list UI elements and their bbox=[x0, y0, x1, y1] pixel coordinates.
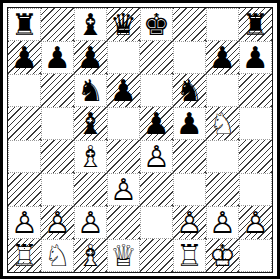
piece-black-bishop-c8: ♝ bbox=[74, 8, 107, 41]
square-f4[interactable] bbox=[173, 140, 206, 173]
square-f1[interactable]: ♜♖ bbox=[173, 239, 206, 272]
piece-glyph: ♙ bbox=[176, 205, 203, 240]
square-f2[interactable]: ♟♙ bbox=[173, 206, 206, 239]
piece-black-pawn-f5: ♟ bbox=[173, 107, 206, 140]
piece-white-pawn-c2: ♟♙ bbox=[74, 206, 107, 239]
piece-glyph: ♟ bbox=[176, 106, 203, 141]
piece-white-knight-g5: ♞♘ bbox=[206, 107, 239, 140]
piece-glyph: ♟ bbox=[209, 40, 236, 75]
piece-black-pawn-g7: ♟ bbox=[206, 41, 239, 74]
square-c6[interactable]: ♞ bbox=[74, 74, 107, 107]
square-g4[interactable] bbox=[206, 140, 239, 173]
square-e3[interactable] bbox=[140, 173, 173, 206]
piece-white-knight-b1: ♞♘ bbox=[41, 239, 74, 272]
square-a8[interactable]: ♜ bbox=[8, 8, 41, 41]
piece-glyph: ♟ bbox=[110, 73, 137, 108]
piece-glyph: ♙ bbox=[44, 205, 71, 240]
square-h2[interactable]: ♟♙ bbox=[239, 206, 272, 239]
square-b3[interactable] bbox=[41, 173, 74, 206]
square-h7[interactable]: ♟ bbox=[239, 41, 272, 74]
piece-glyph: ♙ bbox=[242, 205, 269, 240]
square-c3[interactable] bbox=[74, 173, 107, 206]
square-g2[interactable]: ♟♙ bbox=[206, 206, 239, 239]
square-d8[interactable]: ♛ bbox=[107, 8, 140, 41]
square-e7[interactable] bbox=[140, 41, 173, 74]
piece-glyph: ♕ bbox=[110, 238, 137, 273]
piece-white-pawn-f2: ♟♙ bbox=[173, 206, 206, 239]
square-b8[interactable] bbox=[41, 8, 74, 41]
piece-glyph: ♞ bbox=[176, 73, 203, 108]
square-g8[interactable] bbox=[206, 8, 239, 41]
piece-black-king-e8: ♚ bbox=[140, 8, 173, 41]
square-d2[interactable] bbox=[107, 206, 140, 239]
square-b6[interactable] bbox=[41, 74, 74, 107]
square-d5[interactable] bbox=[107, 107, 140, 140]
piece-glyph: ♙ bbox=[77, 205, 104, 240]
piece-white-rook-f1: ♜♖ bbox=[173, 239, 206, 272]
square-b1[interactable]: ♞♘ bbox=[41, 239, 74, 272]
piece-white-queen-d1: ♛♕ bbox=[107, 239, 140, 272]
piece-black-rook-a8: ♜ bbox=[8, 8, 41, 41]
piece-white-bishop-c1: ♝♗ bbox=[74, 239, 107, 272]
square-c7[interactable]: ♟ bbox=[74, 41, 107, 74]
square-c5[interactable]: ♝ bbox=[74, 107, 107, 140]
square-e8[interactable]: ♚ bbox=[140, 8, 173, 41]
piece-glyph: ♜ bbox=[242, 7, 269, 42]
square-e6[interactable] bbox=[140, 74, 173, 107]
square-a6[interactable] bbox=[8, 74, 41, 107]
piece-white-pawn-d3: ♟♙ bbox=[107, 173, 140, 206]
piece-glyph: ♘ bbox=[44, 238, 71, 273]
square-g3[interactable] bbox=[206, 173, 239, 206]
square-d3[interactable]: ♟♙ bbox=[107, 173, 140, 206]
square-a4[interactable] bbox=[8, 140, 41, 173]
piece-black-rook-h8: ♜ bbox=[239, 8, 272, 41]
square-d6[interactable]: ♟ bbox=[107, 74, 140, 107]
piece-glyph: ♗ bbox=[77, 238, 104, 273]
square-e4[interactable]: ♟♙ bbox=[140, 140, 173, 173]
square-a3[interactable] bbox=[8, 173, 41, 206]
piece-glyph: ♖ bbox=[11, 238, 38, 273]
piece-glyph: ♙ bbox=[110, 172, 137, 207]
piece-glyph: ♜ bbox=[11, 7, 38, 42]
square-h8[interactable]: ♜ bbox=[239, 8, 272, 41]
piece-black-bishop-c5: ♝ bbox=[74, 107, 107, 140]
piece-black-pawn-a7: ♟ bbox=[8, 41, 41, 74]
piece-glyph: ♙ bbox=[209, 205, 236, 240]
piece-white-pawn-a2: ♟♙ bbox=[8, 206, 41, 239]
square-d4[interactable] bbox=[107, 140, 140, 173]
square-g6[interactable] bbox=[206, 74, 239, 107]
piece-glyph: ♝ bbox=[77, 7, 104, 42]
piece-glyph: ♛ bbox=[110, 7, 137, 42]
square-f7[interactable] bbox=[173, 41, 206, 74]
square-g5[interactable]: ♞♘ bbox=[206, 107, 239, 140]
square-h3[interactable] bbox=[239, 173, 272, 206]
square-b5[interactable] bbox=[41, 107, 74, 140]
piece-black-pawn-d6: ♟ bbox=[107, 74, 140, 107]
piece-white-pawn-g2: ♟♙ bbox=[206, 206, 239, 239]
piece-white-pawn-e4: ♟♙ bbox=[140, 140, 173, 173]
square-b7[interactable]: ♟ bbox=[41, 41, 74, 74]
square-e5[interactable]: ♟ bbox=[140, 107, 173, 140]
piece-white-pawn-b2: ♟♙ bbox=[41, 206, 74, 239]
square-c8[interactable]: ♝ bbox=[74, 8, 107, 41]
chess-board: ♜♝♛♚♜♟♟♟♟♟♞♟♞♝♟♟♞♘♝♗♟♙♟♙♟♙♟♙♟♙♟♙♟♙♟♙♜♖♞♘… bbox=[7, 7, 273, 273]
square-c1[interactable]: ♝♗ bbox=[74, 239, 107, 272]
piece-glyph: ♚ bbox=[143, 7, 170, 42]
piece-black-pawn-h7: ♟ bbox=[239, 41, 272, 74]
square-a1[interactable]: ♜♖ bbox=[8, 239, 41, 272]
piece-glyph: ♙ bbox=[143, 139, 170, 174]
piece-white-rook-a1: ♜♖ bbox=[8, 239, 41, 272]
piece-glyph: ♗ bbox=[77, 139, 104, 174]
piece-white-pawn-h2: ♟♙ bbox=[239, 206, 272, 239]
square-c4[interactable]: ♝♗ bbox=[74, 140, 107, 173]
piece-glyph: ♝ bbox=[77, 106, 104, 141]
piece-glyph: ♟ bbox=[242, 40, 269, 75]
square-f5[interactable]: ♟ bbox=[173, 107, 206, 140]
square-e1[interactable] bbox=[140, 239, 173, 272]
piece-glyph: ♟ bbox=[44, 40, 71, 75]
square-h6[interactable] bbox=[239, 74, 272, 107]
square-a7[interactable]: ♟ bbox=[8, 41, 41, 74]
piece-black-pawn-b7: ♟ bbox=[41, 41, 74, 74]
piece-glyph: ♘ bbox=[209, 106, 236, 141]
piece-glyph: ♞ bbox=[77, 73, 104, 108]
chess-diagram-frame: ♜♝♛♚♜♟♟♟♟♟♞♟♞♝♟♟♞♘♝♗♟♙♟♙♟♙♟♙♟♙♟♙♟♙♟♙♜♖♞♘… bbox=[0, 0, 280, 279]
square-d1[interactable]: ♛♕ bbox=[107, 239, 140, 272]
square-h5[interactable] bbox=[239, 107, 272, 140]
square-e2[interactable] bbox=[140, 206, 173, 239]
piece-white-bishop-c4: ♝♗ bbox=[74, 140, 107, 173]
square-g1[interactable]: ♚♔ bbox=[206, 239, 239, 272]
piece-glyph: ♟ bbox=[11, 40, 38, 75]
square-b2[interactable]: ♟♙ bbox=[41, 206, 74, 239]
square-h1[interactable] bbox=[239, 239, 272, 272]
square-d7[interactable] bbox=[107, 41, 140, 74]
square-c2[interactable]: ♟♙ bbox=[74, 206, 107, 239]
piece-black-pawn-c7: ♟ bbox=[74, 41, 107, 74]
square-h4[interactable] bbox=[239, 140, 272, 173]
piece-glyph: ♔ bbox=[209, 238, 236, 273]
square-f3[interactable] bbox=[173, 173, 206, 206]
square-f8[interactable] bbox=[173, 8, 206, 41]
piece-glyph: ♖ bbox=[176, 238, 203, 273]
square-a5[interactable] bbox=[8, 107, 41, 140]
square-b4[interactable] bbox=[41, 140, 74, 173]
piece-black-pawn-e5: ♟ bbox=[140, 107, 173, 140]
piece-black-queen-d8: ♛ bbox=[107, 8, 140, 41]
piece-glyph: ♟ bbox=[77, 40, 104, 75]
piece-black-knight-f6: ♞ bbox=[173, 74, 206, 107]
square-f6[interactable]: ♞ bbox=[173, 74, 206, 107]
piece-glyph: ♙ bbox=[11, 205, 38, 240]
piece-black-knight-c6: ♞ bbox=[74, 74, 107, 107]
piece-glyph: ♟ bbox=[143, 106, 170, 141]
square-a2[interactable]: ♟♙ bbox=[8, 206, 41, 239]
square-g7[interactable]: ♟ bbox=[206, 41, 239, 74]
piece-white-king-g1: ♚♔ bbox=[206, 239, 239, 272]
